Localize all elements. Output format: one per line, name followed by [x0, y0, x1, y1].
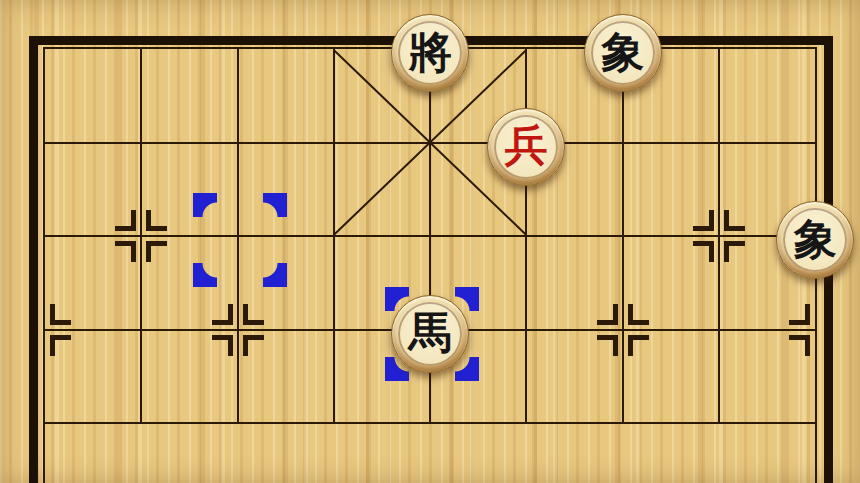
grid-line	[45, 235, 815, 237]
xiangqi-board[interactable]: 將象兵象馬	[0, 0, 860, 483]
piece-black-general[interactable]: 將	[391, 14, 469, 92]
piece-character: 兵	[505, 124, 548, 167]
piece-face: 將	[398, 21, 462, 85]
piece-black-elephant-a[interactable]: 象	[584, 14, 662, 92]
piece-character: 象	[794, 218, 837, 261]
piece-face: 兵	[494, 115, 558, 179]
piece-character: 馬	[409, 311, 452, 354]
piece-character: 將	[409, 31, 452, 74]
piece-face: 象	[783, 208, 847, 272]
piece-black-elephant-b[interactable]: 象	[776, 201, 854, 279]
piece-face: 象	[591, 21, 655, 85]
piece-black-horse[interactable]: 馬	[391, 295, 469, 373]
piece-red-soldier[interactable]: 兵	[487, 108, 565, 186]
riverbank-line	[45, 422, 815, 424]
piece-face: 馬	[398, 302, 462, 366]
grid-line	[45, 142, 815, 144]
piece-character: 象	[601, 31, 644, 74]
